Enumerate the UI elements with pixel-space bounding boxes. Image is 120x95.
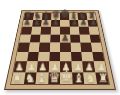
square-d5[interactable]: [50, 34, 60, 42]
square-h1[interactable]: ♜: [95, 72, 109, 84]
square-f1[interactable]: ♝: [72, 72, 85, 84]
square-e5[interactable]: ♟: [60, 34, 70, 42]
piece-black-king-e8[interactable]: ♚: [60, 9, 69, 20]
piece-black-pawn-c7[interactable]: ♟: [41, 18, 50, 26]
square-e1[interactable]: ♚: [60, 72, 72, 84]
square-h5[interactable]: [89, 34, 100, 42]
square-e4[interactable]: [60, 43, 71, 52]
piece-white-bishop-c1[interactable]: ♝: [36, 71, 48, 84]
square-e8[interactable]: ♚: [60, 13, 69, 20]
square-c1[interactable]: ♝: [36, 72, 49, 84]
square-f7[interactable]: ♟: [69, 20, 79, 27]
square-d6[interactable]: [50, 27, 60, 35]
piece-black-pawn-d7[interactable]: ♟: [51, 18, 60, 26]
piece-black-pawn-h7[interactable]: ♟: [88, 18, 97, 26]
square-h4[interactable]: [91, 43, 103, 52]
piece-black-pawn-a7[interactable]: ♟: [22, 18, 31, 26]
square-g7[interactable]: ♟: [78, 20, 88, 27]
piece-white-rook-h1[interactable]: ♜: [97, 72, 109, 84]
piece-black-pawn-f7[interactable]: ♟: [69, 18, 78, 26]
square-d3[interactable]: [49, 52, 60, 62]
square-h6[interactable]: [88, 27, 99, 35]
piece-white-bishop-f1[interactable]: ♝: [72, 71, 84, 84]
square-d4[interactable]: [49, 43, 60, 52]
square-c5[interactable]: [40, 34, 51, 42]
piece-white-knight-b1[interactable]: ♞: [23, 72, 35, 84]
square-c7[interactable]: ♟: [41, 20, 51, 27]
piece-black-pawn-g7[interactable]: ♟: [79, 18, 88, 26]
piece-white-knight-g1[interactable]: ♞: [84, 72, 96, 84]
square-g1[interactable]: ♞: [83, 72, 96, 84]
square-h3[interactable]: [92, 52, 105, 62]
piece-black-pawn-e5[interactable]: ♟: [60, 34, 70, 43]
piece-white-queen-d1[interactable]: ♛: [48, 70, 60, 84]
piece-white-rook-a1[interactable]: ♜: [11, 72, 23, 84]
chess-board[interactable]: ♜♞♝♛♚♝♞♜♟♟♟♟♟♟♟♟♟♟♟♟♟♟♟♟♜♞♝♛♚♝♞♜: [10, 13, 110, 85]
board-scene: ♜♞♝♛♚♝♞♜♟♟♟♟♟♟♟♟♟♟♟♟♟♟♟♟♜♞♝♛♚♝♞♜: [0, 0, 120, 95]
piece-white-king-e1[interactable]: ♚: [60, 69, 72, 84]
square-e7[interactable]: [60, 20, 69, 27]
square-d7[interactable]: ♟: [51, 20, 60, 27]
square-c3[interactable]: [38, 52, 50, 62]
square-e3[interactable]: [60, 52, 71, 62]
square-c6[interactable]: [40, 27, 50, 35]
piece-black-pawn-b7[interactable]: ♟: [32, 18, 41, 26]
board-frame: ♜♞♝♛♚♝♞♜♟♟♟♟♟♟♟♟♟♟♟♟♟♟♟♟♜♞♝♛♚♝♞♜: [4, 10, 116, 90]
square-d1[interactable]: ♛: [48, 72, 60, 84]
square-h7[interactable]: ♟: [87, 20, 97, 27]
chessboard-photo: ♜♞♝♛♚♝♞♜♟♟♟♟♟♟♟♟♟♟♟♟♟♟♟♟♜♞♝♛♚♝♞♜: [0, 0, 120, 95]
square-c4[interactable]: [39, 43, 50, 52]
